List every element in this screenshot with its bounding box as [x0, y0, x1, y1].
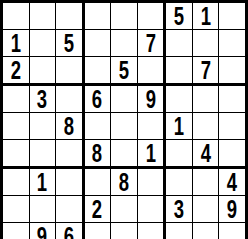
cell-r8c3[interactable] [56, 196, 82, 222]
cell-r5c3[interactable]: 8 [56, 113, 82, 139]
cell-r2c4[interactable] [85, 30, 111, 56]
cell-r7c8[interactable] [193, 169, 219, 195]
cell-r4c9[interactable] [219, 86, 245, 112]
given-digit: 1 [200, 3, 210, 29]
sudoku-box-3: 517 [166, 3, 245, 83]
cell-r1c9[interactable] [219, 3, 245, 29]
given-digit: 8 [119, 169, 129, 195]
given-digit: 7 [145, 30, 155, 56]
cell-r6c7[interactable] [166, 140, 192, 166]
cell-r1c3[interactable] [56, 3, 82, 29]
cell-r8c5[interactable] [111, 196, 137, 222]
cell-r8c2[interactable] [30, 196, 56, 222]
cell-r4c7[interactable] [166, 86, 192, 112]
cell-r6c8[interactable]: 4 [193, 140, 219, 166]
cell-r9c1[interactable] [3, 223, 29, 239]
given-digit: 4 [227, 169, 237, 195]
cell-r7c4[interactable] [85, 169, 111, 195]
cell-r2c6[interactable]: 7 [138, 30, 164, 56]
cell-r1c8[interactable]: 1 [193, 3, 219, 29]
given-digit: 7 [200, 57, 210, 83]
cell-r3c9[interactable] [219, 57, 245, 83]
cell-r3c8[interactable]: 7 [193, 57, 219, 83]
given-digit: 5 [64, 30, 74, 56]
cell-r3c6[interactable] [138, 57, 164, 83]
cell-r1c5[interactable] [111, 3, 137, 29]
given-digit: 6 [92, 86, 102, 112]
cell-r9c4[interactable] [85, 223, 111, 239]
cell-r8c9[interactable]: 9 [219, 196, 245, 222]
cell-r1c4[interactable] [85, 3, 111, 29]
cell-r7c3[interactable] [56, 169, 82, 195]
cell-r5c4[interactable] [85, 113, 111, 139]
cell-r5c6[interactable] [138, 113, 164, 139]
cell-r9c3[interactable]: 6 [56, 223, 82, 239]
sudoku-box-4: 38 [3, 86, 82, 166]
cell-r7c5[interactable]: 8 [111, 169, 137, 195]
cell-r4c4[interactable]: 6 [85, 86, 111, 112]
cell-r6c3[interactable] [56, 140, 82, 166]
given-digit: 1 [145, 140, 155, 166]
cell-r3c4[interactable] [85, 57, 111, 83]
cell-r4c2[interactable]: 3 [30, 86, 56, 112]
cell-r5c8[interactable] [193, 113, 219, 139]
cell-r6c2[interactable] [30, 140, 56, 166]
cell-r1c7[interactable]: 5 [166, 3, 192, 29]
cell-r9c6[interactable] [138, 223, 164, 239]
cell-r7c1[interactable] [3, 169, 29, 195]
cell-r2c2[interactable] [30, 30, 56, 56]
given-digit: 9 [37, 223, 47, 239]
given-digit: 5 [119, 57, 129, 83]
cell-r8c7[interactable]: 3 [166, 196, 192, 222]
sudoku-box-9: 439 [166, 169, 245, 239]
given-digit: 8 [64, 113, 74, 139]
cell-r9c7[interactable] [166, 223, 192, 239]
cell-r7c2[interactable]: 1 [30, 169, 56, 195]
cell-r3c1[interactable]: 2 [3, 57, 29, 83]
sudoku-box-7: 196 [3, 169, 82, 239]
cell-r5c2[interactable] [30, 113, 56, 139]
cell-r6c9[interactable] [219, 140, 245, 166]
cell-r2c3[interactable]: 5 [56, 30, 82, 56]
given-digit: 4 [200, 140, 210, 166]
cell-r9c8[interactable] [193, 223, 219, 239]
cell-r3c5[interactable]: 5 [111, 57, 137, 83]
sudoku-box-1: 152 [3, 3, 82, 83]
cell-r7c6[interactable] [138, 169, 164, 195]
given-digit: 2 [11, 57, 21, 83]
cell-r6c1[interactable] [3, 140, 29, 166]
given-digit: 3 [37, 86, 47, 112]
cell-r5c7[interactable]: 1 [166, 113, 192, 139]
cell-r2c9[interactable] [219, 30, 245, 56]
cell-r9c9[interactable] [219, 223, 245, 239]
cell-r6c4[interactable]: 8 [85, 140, 111, 166]
given-digit: 9 [227, 196, 237, 222]
cell-r8c8[interactable] [193, 196, 219, 222]
cell-r9c5[interactable] [111, 223, 137, 239]
given-digit: 9 [145, 86, 155, 112]
cell-r4c1[interactable] [3, 86, 29, 112]
given-digit: 1 [37, 169, 47, 195]
given-digit: 5 [174, 3, 184, 29]
given-digit: 6 [64, 223, 74, 239]
sudoku-box-2: 75 [85, 3, 164, 83]
cell-r1c2[interactable] [30, 3, 56, 29]
cell-r7c7[interactable] [166, 169, 192, 195]
cell-r8c6[interactable] [138, 196, 164, 222]
cell-r5c5[interactable] [111, 113, 137, 139]
cell-r2c5[interactable] [111, 30, 137, 56]
cell-r9c2[interactable]: 9 [30, 223, 56, 239]
cell-r1c6[interactable] [138, 3, 164, 29]
cell-r5c9[interactable] [219, 113, 245, 139]
cell-r2c8[interactable] [193, 30, 219, 56]
sudoku-box-8: 82 [85, 169, 164, 239]
cell-r6c5[interactable] [111, 140, 137, 166]
sudoku-board: 152755173869811419682439 [0, 0, 248, 239]
cell-r1c1[interactable] [3, 3, 29, 29]
cell-r4c3[interactable] [56, 86, 82, 112]
cell-r3c2[interactable] [30, 57, 56, 83]
cell-r6c6[interactable]: 1 [138, 140, 164, 166]
cell-r3c3[interactable] [56, 57, 82, 83]
cell-r8c1[interactable] [3, 196, 29, 222]
cell-r8c4[interactable]: 2 [85, 196, 111, 222]
sudoku-box-6: 14 [166, 86, 245, 166]
given-digit: 2 [92, 196, 102, 222]
given-digit: 1 [11, 30, 21, 56]
cell-r5c1[interactable] [3, 113, 29, 139]
cell-r7c9[interactable]: 4 [219, 169, 245, 195]
given-digit: 1 [174, 113, 184, 139]
given-digit: 3 [174, 196, 184, 222]
cell-r2c1[interactable]: 1 [3, 30, 29, 56]
cell-r4c5[interactable] [111, 86, 137, 112]
given-digit: 8 [92, 140, 102, 166]
cell-r4c6[interactable]: 9 [138, 86, 164, 112]
cell-r4c8[interactable] [193, 86, 219, 112]
cell-r3c7[interactable] [166, 57, 192, 83]
sudoku-box-5: 6981 [85, 86, 164, 166]
cell-r2c7[interactable] [166, 30, 192, 56]
